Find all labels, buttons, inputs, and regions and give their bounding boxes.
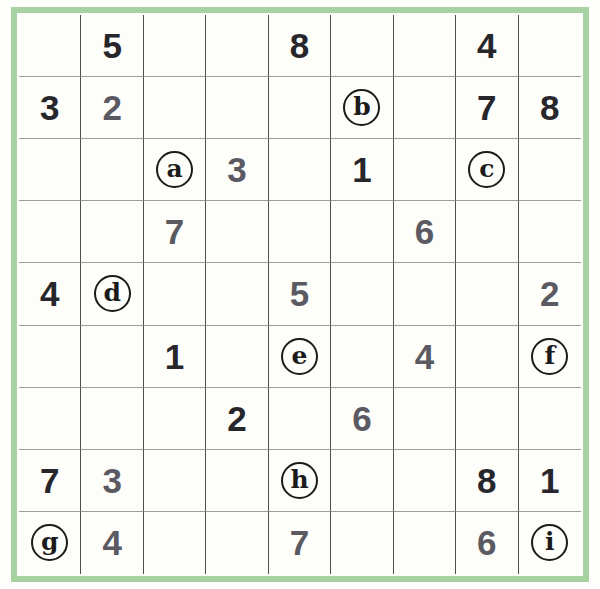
given-digit: 5: [290, 276, 309, 311]
cell-r1c1[interactable]: [19, 15, 81, 77]
given-digit: 5: [102, 28, 121, 63]
given-digit: 4: [415, 339, 434, 374]
sudoku-board: 58432b78a31c764d521e4f2673h81g476i: [19, 15, 581, 574]
given-digit: 2: [540, 276, 559, 311]
given-digit: 3: [227, 152, 246, 187]
given-digit: 7: [290, 525, 309, 560]
given-digit: 7: [40, 463, 59, 498]
cell-r1c5[interactable]: 8: [269, 15, 331, 77]
cell-r4c5[interactable]: [269, 201, 331, 263]
cell-r6c4[interactable]: [206, 326, 268, 388]
cell-r6c3[interactable]: 1: [144, 326, 206, 388]
cell-r7c3[interactable]: [144, 388, 206, 450]
cell-r9c2[interactable]: 4: [81, 512, 143, 574]
cell-r1c2[interactable]: 5: [81, 15, 143, 77]
cell-r8c7[interactable]: [394, 450, 456, 512]
cell-r3c1[interactable]: [19, 139, 81, 201]
cell-r4c4[interactable]: [206, 201, 268, 263]
cell-r4c1[interactable]: [19, 201, 81, 263]
cell-r2c1[interactable]: 3: [19, 77, 81, 139]
given-digit: 8: [290, 28, 309, 63]
given-digit: 7: [165, 214, 184, 249]
cell-r2c2[interactable]: 2: [81, 77, 143, 139]
cell-r3c7[interactable]: [394, 139, 456, 201]
given-digit: 2: [227, 401, 246, 436]
given-digit: 1: [540, 463, 559, 498]
cell-r9c9[interactable]: i: [519, 512, 581, 574]
given-digit: 8: [540, 90, 559, 125]
circled-letter: d: [103, 280, 120, 305]
cell-r7c9[interactable]: [519, 388, 581, 450]
cell-r3c8[interactable]: c: [456, 139, 518, 201]
answer-circle-f: f: [531, 338, 568, 375]
cell-r5c2[interactable]: d: [81, 263, 143, 325]
cell-r5c8[interactable]: [456, 263, 518, 325]
cell-r4c8[interactable]: [456, 201, 518, 263]
cell-r3c9[interactable]: [519, 139, 581, 201]
cell-r6c5[interactable]: e: [269, 326, 331, 388]
answer-circle-e: e: [281, 338, 318, 375]
given-digit: 3: [102, 463, 121, 498]
cell-r9c5[interactable]: 7: [269, 512, 331, 574]
cell-r8c4[interactable]: [206, 450, 268, 512]
cell-r9c8[interactable]: 6: [456, 512, 518, 574]
given-digit: 3: [40, 90, 59, 125]
cell-r3c2[interactable]: [81, 139, 143, 201]
answer-circle-c: c: [468, 151, 505, 188]
cell-r9c4[interactable]: [206, 512, 268, 574]
circled-letter: c: [479, 156, 494, 181]
cell-r6c7[interactable]: 4: [394, 326, 456, 388]
cell-r4c9[interactable]: [519, 201, 581, 263]
cell-r5c5[interactable]: 5: [269, 263, 331, 325]
cell-r8c5[interactable]: h: [269, 450, 331, 512]
cell-r7c7[interactable]: [394, 388, 456, 450]
cell-r7c5[interactable]: [269, 388, 331, 450]
cell-r7c4[interactable]: 2: [206, 388, 268, 450]
cell-r2c8[interactable]: 7: [456, 77, 518, 139]
cell-r1c7[interactable]: [394, 15, 456, 77]
cell-r7c2[interactable]: [81, 388, 143, 450]
given-digit: 6: [415, 214, 434, 249]
cell-r2c6[interactable]: b: [331, 77, 393, 139]
given-digit: 7: [477, 90, 496, 125]
answer-circle-g: g: [31, 524, 68, 561]
given-digit: 8: [477, 463, 496, 498]
cell-r5c4[interactable]: [206, 263, 268, 325]
cell-r1c4[interactable]: [206, 15, 268, 77]
given-digit: 4: [102, 525, 121, 560]
given-digit: 4: [477, 28, 496, 63]
cell-r8c9[interactable]: 1: [519, 450, 581, 512]
cell-r1c9[interactable]: [519, 15, 581, 77]
cell-r8c3[interactable]: [144, 450, 206, 512]
cell-r3c6[interactable]: 1: [331, 139, 393, 201]
answer-circle-h: h: [281, 462, 318, 499]
answer-circle-i: i: [531, 524, 568, 561]
cell-r6c1[interactable]: [19, 326, 81, 388]
cell-r7c8[interactable]: [456, 388, 518, 450]
cell-r9c3[interactable]: [144, 512, 206, 574]
circled-letter: g: [41, 529, 58, 554]
cell-r8c2[interactable]: 3: [81, 450, 143, 512]
given-digit: 1: [352, 152, 371, 187]
cell-r6c9[interactable]: f: [519, 326, 581, 388]
answer-circle-d: d: [94, 275, 131, 312]
cell-r3c3[interactable]: a: [144, 139, 206, 201]
circled-letter: h: [290, 467, 308, 492]
cell-r2c5[interactable]: [269, 77, 331, 139]
cell-r6c8[interactable]: [456, 326, 518, 388]
cell-r8c6[interactable]: [331, 450, 393, 512]
cell-r6c2[interactable]: [81, 326, 143, 388]
cell-r4c6[interactable]: [331, 201, 393, 263]
cell-r2c7[interactable]: [394, 77, 456, 139]
cell-r5c7[interactable]: [394, 263, 456, 325]
cell-r9c1[interactable]: g: [19, 512, 81, 574]
cell-r8c1[interactable]: 7: [19, 450, 81, 512]
circled-letter: b: [353, 94, 370, 119]
cell-r2c3[interactable]: [144, 77, 206, 139]
cell-r9c7[interactable]: [394, 512, 456, 574]
cell-r3c5[interactable]: [269, 139, 331, 201]
cell-r6c6[interactable]: [331, 326, 393, 388]
circled-letter: e: [292, 343, 308, 368]
cell-r1c8[interactable]: 4: [456, 15, 518, 77]
cell-r3c4[interactable]: 3: [206, 139, 268, 201]
cell-r1c3[interactable]: [144, 15, 206, 77]
circled-letter: i: [545, 529, 555, 554]
cell-r2c4[interactable]: [206, 77, 268, 139]
given-digit: 1: [165, 339, 184, 374]
cell-r4c3[interactable]: 7: [144, 201, 206, 263]
given-digit: 6: [477, 525, 496, 560]
circled-letter: a: [166, 156, 182, 181]
cell-r1c6[interactable]: [331, 15, 393, 77]
given-digit: 6: [352, 401, 371, 436]
cell-r4c2[interactable]: [81, 201, 143, 263]
answer-circle-b: b: [343, 89, 380, 126]
cell-r5c6[interactable]: [331, 263, 393, 325]
given-digit: 4: [40, 276, 59, 311]
cell-r8c8[interactable]: 8: [456, 450, 518, 512]
cell-r7c1[interactable]: [19, 388, 81, 450]
cell-r7c6[interactable]: 6: [331, 388, 393, 450]
cell-r5c9[interactable]: 2: [519, 263, 581, 325]
answer-circle-a: a: [156, 151, 193, 188]
circled-letter: f: [544, 343, 555, 368]
given-digit: 2: [102, 90, 121, 125]
cell-r5c3[interactable]: [144, 263, 206, 325]
scanned-page: 58432b78a31c764d521e4f2673h81g476i: [0, 0, 600, 589]
board-frame: 58432b78a31c764d521e4f2673h81g476i: [11, 7, 589, 582]
cell-r2c9[interactable]: 8: [519, 77, 581, 139]
cell-r4c7[interactable]: 6: [394, 201, 456, 263]
cell-r9c6[interactable]: [331, 512, 393, 574]
cell-r5c1[interactable]: 4: [19, 263, 81, 325]
